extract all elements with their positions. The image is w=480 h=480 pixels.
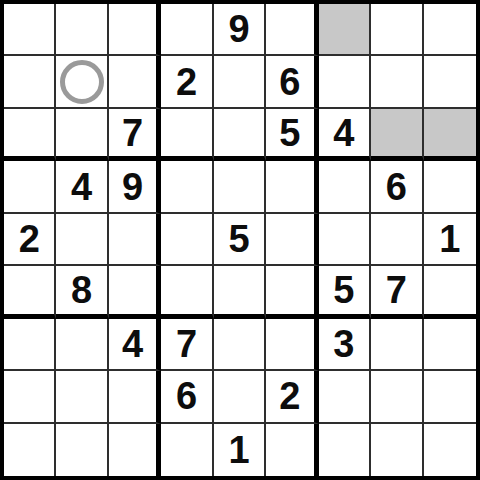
cell-r6c6[interactable] [266,266,318,318]
given-digit: 1 [228,431,249,469]
given-digit: 2 [176,63,197,101]
cell-r3c9[interactable] [424,109,476,161]
cell-r1c8[interactable] [371,4,423,56]
cell-r4c2[interactable]: 4 [56,161,108,213]
cell-r9c8[interactable] [371,424,423,476]
cell-r5c7[interactable] [319,214,371,266]
given-digit: 4 [71,168,92,206]
given-digit: 8 [71,271,92,309]
cell-r4c1[interactable] [4,161,56,213]
cell-r6c3[interactable] [109,266,161,318]
given-digit: 9 [228,10,249,48]
cell-r2c5[interactable] [214,56,266,108]
cell-r1c7[interactable] [319,4,371,56]
sudoku-board: 926754496251857473621 [0,0,480,480]
cell-r4c6[interactable] [266,161,318,213]
cell-r9c4[interactable] [161,424,213,476]
circle-annotation-icon [60,60,104,104]
cell-r2c3[interactable] [109,56,161,108]
given-digit: 1 [439,220,460,258]
cell-r6c4[interactable] [161,266,213,318]
cell-r7c7[interactable]: 3 [319,319,371,371]
cell-r6c8[interactable]: 7 [371,266,423,318]
cell-r8c5[interactable] [214,371,266,423]
cell-r9c6[interactable] [266,424,318,476]
given-digit: 7 [176,325,197,363]
given-digit: 4 [122,325,143,363]
cell-r5c5[interactable]: 5 [214,214,266,266]
cell-r3c1[interactable] [4,109,56,161]
cell-r8c4[interactable]: 6 [161,371,213,423]
given-digit: 6 [279,63,300,101]
cell-r4c4[interactable] [161,161,213,213]
given-digit: 5 [228,220,249,258]
cell-r4c5[interactable] [214,161,266,213]
cell-r1c6[interactable] [266,4,318,56]
cell-r5c8[interactable] [371,214,423,266]
cell-r1c9[interactable] [424,4,476,56]
given-digit: 6 [386,168,407,206]
cell-r8c2[interactable] [56,371,108,423]
cell-r6c7[interactable]: 5 [319,266,371,318]
cell-r4c3[interactable]: 9 [109,161,161,213]
cell-r9c9[interactable] [424,424,476,476]
given-digit: 6 [176,377,197,415]
cell-r9c2[interactable] [56,424,108,476]
cell-r2c9[interactable] [424,56,476,108]
given-digit: 5 [279,114,300,152]
cell-r6c2[interactable]: 8 [56,266,108,318]
cell-r1c2[interactable] [56,4,108,56]
cell-r3c8[interactable] [371,109,423,161]
cell-r8c3[interactable] [109,371,161,423]
cell-r9c1[interactable] [4,424,56,476]
cell-r3c2[interactable] [56,109,108,161]
cell-r1c1[interactable] [4,4,56,56]
cell-r5c6[interactable] [266,214,318,266]
cell-r1c5[interactable]: 9 [214,4,266,56]
cell-r9c3[interactable] [109,424,161,476]
cell-r9c5[interactable]: 1 [214,424,266,476]
given-digit: 3 [333,325,354,363]
cell-r3c6[interactable]: 5 [266,109,318,161]
cell-r7c1[interactable] [4,319,56,371]
given-digit: 7 [122,114,143,152]
cell-r7c2[interactable] [56,319,108,371]
cell-r4c7[interactable] [319,161,371,213]
cell-r5c1[interactable]: 2 [4,214,56,266]
cell-r7c8[interactable] [371,319,423,371]
cell-r2c2[interactable] [56,56,108,108]
given-digit: 2 [279,377,300,415]
given-digit: 9 [122,168,143,206]
cell-r6c1[interactable] [4,266,56,318]
given-digit: 5 [333,271,354,309]
cell-r8c9[interactable] [424,371,476,423]
given-digit: 4 [333,114,354,152]
cell-r5c3[interactable] [109,214,161,266]
cell-r5c9[interactable]: 1 [424,214,476,266]
cell-r6c5[interactable] [214,266,266,318]
cell-r8c1[interactable] [4,371,56,423]
cell-r3c5[interactable] [214,109,266,161]
cell-r2c1[interactable] [4,56,56,108]
cell-r4c9[interactable] [424,161,476,213]
cell-r7c4[interactable]: 7 [161,319,213,371]
cell-r3c3[interactable]: 7 [109,109,161,161]
cell-r8c6[interactable]: 2 [266,371,318,423]
cell-r1c4[interactable] [161,4,213,56]
given-digit: 7 [386,271,407,309]
cell-r1c3[interactable] [109,4,161,56]
cell-r7c9[interactable] [424,319,476,371]
cell-r6c9[interactable] [424,266,476,318]
cell-r8c8[interactable] [371,371,423,423]
cell-r7c5[interactable] [214,319,266,371]
cell-r5c2[interactable] [56,214,108,266]
cell-r8c7[interactable] [319,371,371,423]
cell-r2c6[interactable]: 6 [266,56,318,108]
cell-r4c8[interactable]: 6 [371,161,423,213]
cell-r3c7[interactable]: 4 [319,109,371,161]
cell-r9c7[interactable] [319,424,371,476]
cell-r3c4[interactable] [161,109,213,161]
cell-r7c6[interactable] [266,319,318,371]
given-digit: 2 [19,220,40,258]
cell-r5c4[interactable] [161,214,213,266]
cell-r2c8[interactable] [371,56,423,108]
cell-r2c4[interactable]: 2 [161,56,213,108]
cell-r2c7[interactable] [319,56,371,108]
cell-r7c3[interactable]: 4 [109,319,161,371]
